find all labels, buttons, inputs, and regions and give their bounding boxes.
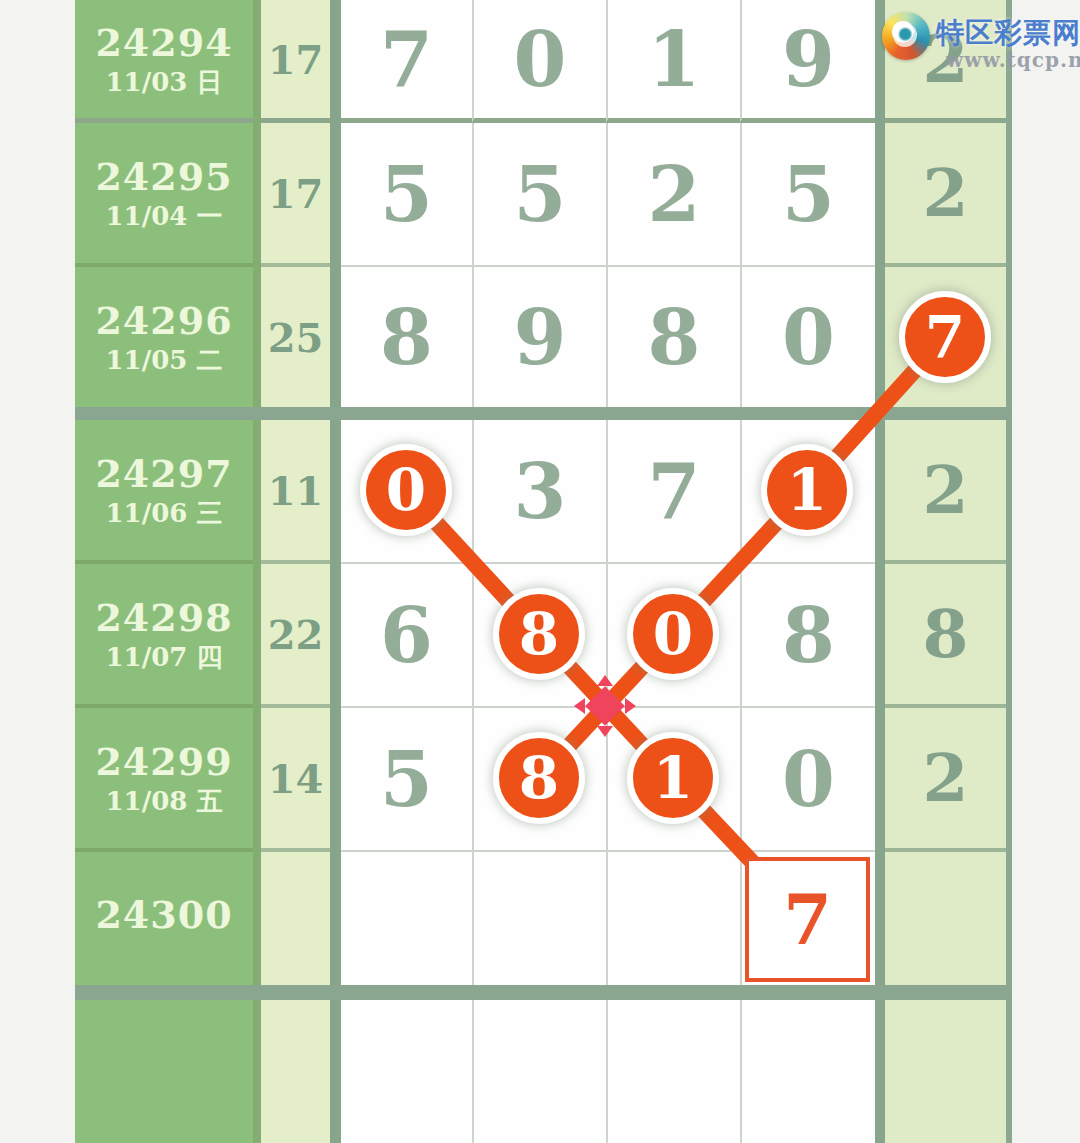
circled-number: 8 xyxy=(493,732,585,824)
period-cell: 24294 11/03 日 xyxy=(75,0,253,123)
period-cell: 24296 11/05 二 xyxy=(75,267,253,407)
column-divider xyxy=(253,0,261,123)
site-name: 特区彩票网 xyxy=(936,14,1080,52)
tail-digit-cell: 2 xyxy=(885,123,1006,267)
week-separator xyxy=(75,985,1012,1000)
column-divider xyxy=(330,852,341,985)
column-divider xyxy=(330,267,341,407)
column-divider xyxy=(330,420,341,564)
column-divider xyxy=(875,267,885,407)
column-divider xyxy=(330,564,341,708)
table-row: 24300 xyxy=(75,852,1012,985)
column-divider xyxy=(875,852,885,985)
table-edge xyxy=(1006,267,1012,407)
period-number: 24296 xyxy=(95,302,232,340)
site-logo-swirl-icon xyxy=(882,12,930,60)
column-divider xyxy=(253,708,261,852)
period-cell: 24299 11/08 五 xyxy=(75,708,253,852)
cross-marker-arrow xyxy=(625,698,636,714)
table-row: 24295 11/04 一 17 5 5 2 5 2 xyxy=(75,123,1012,267)
trend-table: 24294 11/03 日 17 7 0 1 9 2 24295 11/04 一… xyxy=(75,0,1012,1143)
period-number: 24294 xyxy=(95,24,232,62)
circled-number: 8 xyxy=(493,588,585,680)
digit-cell: 9 xyxy=(740,0,875,123)
table-edge xyxy=(1006,420,1012,564)
tail-digit-cell: 2 xyxy=(885,420,1006,564)
period-number: 24298 xyxy=(95,599,232,637)
tail-digit-cell xyxy=(885,852,1006,985)
column-divider xyxy=(875,420,885,564)
digit-cell: 5 xyxy=(740,123,875,267)
period-date: 11/05 二 xyxy=(106,347,223,373)
table-row: 24297 11/06 三 11 0 3 7 1 2 xyxy=(75,420,1012,564)
period-number: 24300 xyxy=(95,896,232,934)
sum-cell xyxy=(261,1000,330,1143)
digit-cell: 5 xyxy=(341,123,472,267)
column-divider xyxy=(330,123,341,267)
digit-cell: 8 xyxy=(341,267,472,407)
digit-cell xyxy=(472,852,606,985)
digit-cell: 7 xyxy=(606,420,740,564)
digit-cell: 8 xyxy=(740,564,875,708)
digit-cell: 2 xyxy=(606,123,740,267)
circled-number: 0 xyxy=(360,444,452,536)
digit-cell xyxy=(341,1000,472,1143)
table-edge xyxy=(1006,123,1012,267)
sum-cell: 17 xyxy=(261,123,330,267)
digit-cell xyxy=(472,1000,606,1143)
digit-cell xyxy=(606,1000,740,1143)
sum-cell: 14 xyxy=(261,708,330,852)
circled-number: 0 xyxy=(627,588,719,680)
circled-number: 1 xyxy=(627,732,719,824)
sum-cell: 17 xyxy=(261,0,330,123)
sum-cell: 11 xyxy=(261,420,330,564)
digit-cell xyxy=(606,852,740,985)
circled-number: 1 xyxy=(761,444,853,536)
digit-cell: 0 xyxy=(740,267,875,407)
sum-cell xyxy=(261,852,330,985)
digit-cell: 9 xyxy=(472,267,606,407)
table-row: 24294 11/03 日 17 7 0 1 9 2 xyxy=(75,0,1012,123)
period-cell: 24300 xyxy=(75,852,253,985)
tail-digit-cell: 8 xyxy=(885,564,1006,708)
cross-marker-arrow xyxy=(597,726,613,737)
digit-cell: 5 xyxy=(341,708,472,852)
column-divider xyxy=(875,564,885,708)
digit-cell xyxy=(341,852,472,985)
period-date: 11/03 日 xyxy=(106,69,223,95)
sum-cell: 22 xyxy=(261,564,330,708)
week-separator xyxy=(75,407,1012,420)
column-divider xyxy=(253,852,261,985)
digit-cell: 6 xyxy=(341,564,472,708)
table-row xyxy=(75,1000,1012,1143)
column-divider xyxy=(330,1000,341,1143)
digit-cell: 3 xyxy=(472,420,606,564)
column-divider xyxy=(330,0,341,123)
period-cell: 24295 11/04 一 xyxy=(75,123,253,267)
digit-cell: 0 xyxy=(472,0,606,123)
digit-cell: 5 xyxy=(472,123,606,267)
column-divider xyxy=(253,564,261,708)
column-divider xyxy=(875,123,885,267)
table-edge xyxy=(1006,852,1012,985)
period-date: 11/08 五 xyxy=(106,788,223,814)
column-divider xyxy=(253,1000,261,1143)
period-number: 24295 xyxy=(95,158,232,196)
column-divider xyxy=(875,0,885,123)
period-number: 24299 xyxy=(95,743,232,781)
column-divider xyxy=(253,420,261,564)
period-cell: 24297 11/06 三 xyxy=(75,420,253,564)
period-date: 11/07 四 xyxy=(106,644,223,670)
digit-cell: 0 xyxy=(740,708,875,852)
table-edge xyxy=(1006,1000,1012,1143)
table-row: 24296 11/05 二 25 8 9 8 0 7 xyxy=(75,267,1012,407)
column-divider xyxy=(875,708,885,852)
column-divider xyxy=(330,708,341,852)
cross-marker-arrow xyxy=(574,698,585,714)
digit-cell xyxy=(740,1000,875,1143)
period-cell: 24298 11/07 四 xyxy=(75,564,253,708)
digit-cell: 1 xyxy=(606,0,740,123)
period-date: 11/04 一 xyxy=(106,203,223,229)
period-number: 24297 xyxy=(95,455,232,493)
prediction-box: 7 xyxy=(745,857,870,982)
table-edge xyxy=(1006,708,1012,852)
column-divider xyxy=(875,1000,885,1143)
tail-digit-cell xyxy=(885,1000,1006,1143)
sum-cell: 25 xyxy=(261,267,330,407)
period-cell xyxy=(75,1000,253,1143)
cross-marker-arrow xyxy=(597,675,613,686)
tail-digit-cell: 2 xyxy=(885,708,1006,852)
lottery-trend-chart: 24294 11/03 日 17 7 0 1 9 2 24295 11/04 一… xyxy=(0,0,1080,1143)
column-divider xyxy=(253,267,261,407)
digit-cell: 7 xyxy=(341,0,472,123)
site-url: www.tqcp.net xyxy=(946,48,1080,72)
column-divider xyxy=(253,123,261,267)
digit-cell: 8 xyxy=(606,267,740,407)
period-date: 11/06 三 xyxy=(106,500,223,526)
circled-number: 7 xyxy=(899,291,991,383)
table-edge xyxy=(1006,564,1012,708)
